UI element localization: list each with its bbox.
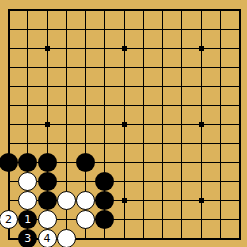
stone-white-move-2: 2 [0, 210, 18, 229]
star-point [122, 46, 127, 51]
go-board: 2134 [0, 0, 247, 247]
stone-black [95, 191, 114, 210]
stone-black-move-3: 3 [18, 229, 37, 247]
stone-white [76, 210, 95, 229]
stone-white [18, 191, 37, 210]
stone-black-move-1: 1 [18, 210, 37, 229]
star-point [199, 46, 204, 51]
move-number: 3 [24, 233, 31, 244]
stone-white [57, 229, 76, 247]
star-point [122, 122, 127, 127]
stone-black [38, 191, 57, 210]
grid-line-vertical [220, 9, 221, 240]
stone-white-move-4: 4 [38, 229, 57, 247]
move-number: 2 [5, 214, 12, 225]
stone-black [18, 153, 37, 172]
star-point [45, 122, 50, 127]
grid-line-vertical [143, 9, 144, 240]
grid-line-vertical [162, 9, 163, 240]
stone-black [95, 210, 114, 229]
star-point [199, 198, 204, 203]
grid-line-vertical [181, 9, 182, 240]
stone-white [76, 191, 95, 210]
stone-white [18, 172, 37, 191]
move-number: 1 [24, 214, 31, 225]
move-number: 4 [44, 233, 51, 244]
stone-black [76, 153, 95, 172]
stone-black [0, 153, 18, 172]
stone-black [38, 153, 57, 172]
grid-line-horizontal [8, 143, 241, 144]
star-point [45, 46, 50, 51]
stone-black [38, 172, 57, 191]
stone-white [38, 210, 57, 229]
stone-white [57, 191, 76, 210]
star-point [122, 198, 127, 203]
star-point [199, 122, 204, 127]
stone-black [95, 172, 114, 191]
grid-line-vertical [239, 9, 241, 240]
